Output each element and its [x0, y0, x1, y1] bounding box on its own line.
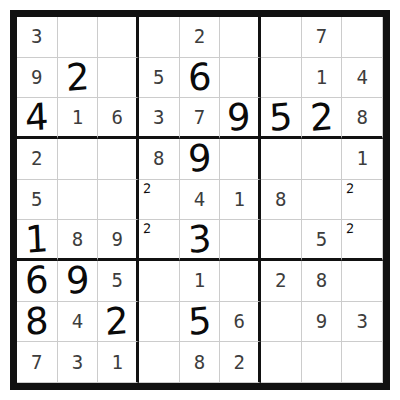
cell-r4c4[interactable]: 8	[139, 139, 180, 180]
cell-r5c5[interactable]: 4	[180, 180, 221, 221]
cell-r6c1[interactable]: 1	[17, 220, 58, 261]
cell-r6c3[interactable]: 9	[98, 220, 139, 261]
pen-digit: 2	[65, 58, 90, 97]
cell-r6c9[interactable]: 2	[342, 220, 383, 261]
cell-r2c5[interactable]: 6	[180, 58, 221, 99]
cell-r3c6[interactable]: 9	[220, 98, 261, 139]
cell-r9c5[interactable]: 8	[180, 342, 221, 383]
cell-r8c6[interactable]: 6	[220, 302, 261, 343]
cell-r6c2[interactable]: 8	[58, 220, 99, 261]
given-digit: 4	[356, 68, 367, 87]
given-digit: 1	[316, 68, 327, 87]
pen-digit: 2	[309, 98, 334, 137]
cell-r6c5[interactable]: 3	[180, 220, 221, 261]
cell-r3c7[interactable]: 5	[261, 98, 302, 139]
cell-r1c1[interactable]: 3	[17, 17, 58, 58]
pencil-mark: 2	[346, 181, 354, 195]
given-digit: 5	[316, 230, 327, 249]
cell-r7c5[interactable]: 1	[180, 261, 221, 302]
given-digit: 6	[233, 312, 244, 331]
given-digit: 2	[233, 353, 244, 372]
cell-r4c1[interactable]: 2	[17, 139, 58, 180]
pen-digit: 9	[187, 139, 212, 178]
pen-digit: 9	[227, 98, 252, 137]
cell-r3c1[interactable]: 4	[17, 98, 58, 139]
pen-digit: 6	[187, 58, 212, 97]
cell-r7c2[interactable]: 9	[58, 261, 99, 302]
given-digit: 9	[111, 230, 122, 249]
given-digit: 9	[31, 68, 42, 87]
given-digit: 8	[153, 149, 164, 168]
cell-r9c8[interactable]	[302, 342, 343, 383]
sudoku-grid: 3279256144163795282891524182189235269512…	[10, 10, 390, 390]
cell-r4c2[interactable]	[58, 139, 99, 180]
cell-r5c8[interactable]	[302, 180, 343, 221]
cell-r1c7[interactable]	[261, 17, 302, 58]
cell-r3c3[interactable]: 6	[98, 98, 139, 139]
pen-digit: 3	[187, 220, 212, 259]
given-digit: 5	[153, 68, 164, 87]
cell-r6c4[interactable]: 2	[139, 220, 180, 261]
cell-r2c3[interactable]	[98, 58, 139, 99]
pen-digit: 1	[24, 220, 49, 259]
cell-r6c8[interactable]: 5	[302, 220, 343, 261]
given-digit: 2	[31, 149, 42, 168]
given-digit: 5	[31, 190, 42, 209]
given-digit: 8	[275, 190, 286, 209]
cell-r2c2[interactable]: 2	[58, 58, 99, 99]
pen-digit: 8	[24, 302, 49, 341]
cell-r7c3[interactable]: 5	[98, 261, 139, 302]
pen-digit: 9	[65, 261, 90, 300]
given-digit: 8	[356, 108, 367, 127]
given-digit: 1	[111, 353, 122, 372]
cell-r5c9[interactable]: 2	[342, 180, 383, 221]
cell-r8c3[interactable]: 2	[98, 302, 139, 343]
cell-r1c2[interactable]	[58, 17, 99, 58]
given-digit: 8	[316, 271, 327, 290]
pencil-mark: 2	[346, 222, 354, 236]
pen-digit: 2	[105, 302, 130, 341]
cell-r4c9[interactable]: 1	[342, 139, 383, 180]
cell-r1c9[interactable]	[342, 17, 383, 58]
sudoku-app: 3279256144163795282891524182189235269512…	[0, 0, 400, 400]
given-digit: 4	[194, 190, 205, 209]
given-digit: 1	[72, 108, 83, 127]
cell-r6c6[interactable]	[220, 220, 261, 261]
given-digit: 3	[356, 312, 367, 331]
given-digit: 4	[72, 312, 83, 331]
cell-r8c4[interactable]	[139, 302, 180, 343]
cell-r9c6[interactable]: 2	[220, 342, 261, 383]
cell-r8c8[interactable]: 9	[302, 302, 343, 343]
given-digit: 3	[153, 108, 164, 127]
cell-r6c7[interactable]	[261, 220, 302, 261]
cell-r3c8[interactable]: 2	[302, 98, 343, 139]
cell-r9c2[interactable]: 3	[58, 342, 99, 383]
cell-r3c4[interactable]: 3	[139, 98, 180, 139]
cell-r2c1[interactable]: 9	[17, 58, 58, 99]
given-digit: 8	[194, 353, 205, 372]
cell-r5c3[interactable]	[98, 180, 139, 221]
cell-r8c5[interactable]: 5	[180, 302, 221, 343]
given-digit: 3	[31, 27, 42, 46]
cell-r3c9[interactable]: 8	[342, 98, 383, 139]
cell-r2c8[interactable]: 1	[302, 58, 343, 99]
given-digit: 6	[111, 108, 122, 127]
cell-r5c2[interactable]	[58, 180, 99, 221]
cell-r8c1[interactable]: 8	[17, 302, 58, 343]
pen-digit: 5	[187, 302, 212, 341]
cell-r7c6[interactable]	[220, 261, 261, 302]
given-digit: 1	[194, 271, 205, 290]
cell-r1c3[interactable]	[98, 17, 139, 58]
cell-r3c2[interactable]: 1	[58, 98, 99, 139]
given-digit: 9	[316, 312, 327, 331]
given-digit: 8	[72, 230, 83, 249]
cell-r5c1[interactable]: 5	[17, 180, 58, 221]
cell-r5c4[interactable]: 2	[139, 180, 180, 221]
cell-r9c1[interactable]: 7	[17, 342, 58, 383]
given-digit: 1	[356, 149, 367, 168]
pencil-mark: 2	[143, 222, 151, 236]
cell-r1c6[interactable]	[220, 17, 261, 58]
cell-r4c3[interactable]	[98, 139, 139, 180]
cell-r7c4[interactable]	[139, 261, 180, 302]
pen-digit: 4	[24, 98, 49, 137]
cell-r7c7[interactable]: 2	[261, 261, 302, 302]
cell-r9c4[interactable]	[139, 342, 180, 383]
pencil-mark: 2	[143, 181, 151, 195]
cell-r4c8[interactable]	[302, 139, 343, 180]
cell-r1c4[interactable]	[139, 17, 180, 58]
cell-r3c5[interactable]: 7	[180, 98, 221, 139]
given-digit: 7	[316, 27, 327, 46]
given-digit: 7	[31, 353, 42, 372]
cell-r1c5[interactable]: 2	[180, 17, 221, 58]
cell-r8c2[interactable]: 4	[58, 302, 99, 343]
given-digit: 2	[194, 27, 205, 46]
cell-r8c9[interactable]: 3	[342, 302, 383, 343]
given-digit: 3	[72, 353, 83, 372]
cell-r2c4[interactable]: 5	[139, 58, 180, 99]
pen-digit: 6	[24, 261, 49, 300]
cell-r2c6[interactable]	[220, 58, 261, 99]
cell-r7c8[interactable]: 8	[302, 261, 343, 302]
given-digit: 7	[194, 108, 205, 127]
cell-r5c7[interactable]: 8	[261, 180, 302, 221]
cell-r7c9[interactable]	[342, 261, 383, 302]
cell-r8c7[interactable]	[261, 302, 302, 343]
cell-r5c6[interactable]: 1	[220, 180, 261, 221]
cell-r9c7[interactable]	[261, 342, 302, 383]
cell-r1c8[interactable]: 7	[302, 17, 343, 58]
given-digit: 5	[111, 271, 122, 290]
cell-r4c5[interactable]: 9	[180, 139, 221, 180]
cell-r4c6[interactable]	[220, 139, 261, 180]
cell-r9c3[interactable]: 1	[98, 342, 139, 383]
cell-r4c7[interactable]	[261, 139, 302, 180]
cell-r2c7[interactable]	[261, 58, 302, 99]
cell-r2c9[interactable]: 4	[342, 58, 383, 99]
given-digit: 1	[233, 190, 244, 209]
cell-r7c1[interactable]: 6	[17, 261, 58, 302]
cell-r9c9[interactable]	[342, 342, 383, 383]
pen-digit: 5	[268, 98, 293, 137]
given-digit: 2	[275, 271, 286, 290]
